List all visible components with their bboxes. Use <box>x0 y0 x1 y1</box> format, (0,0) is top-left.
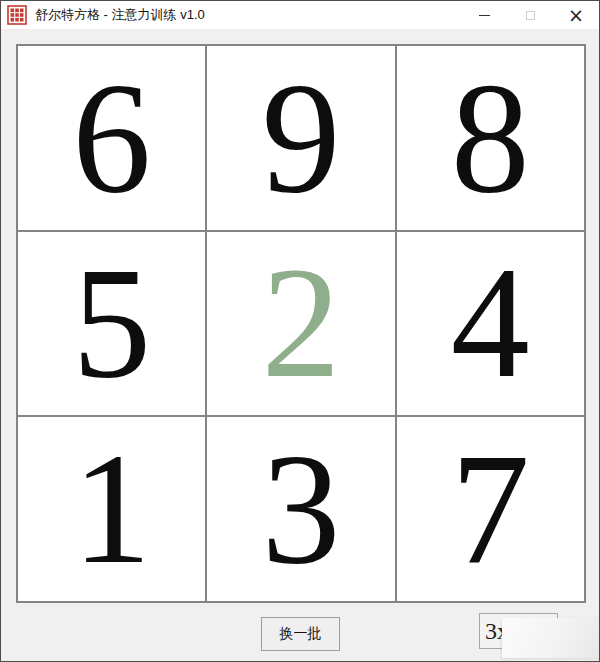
grid-cell[interactable]: 1 <box>18 417 205 601</box>
grid-cell[interactable]: 5 <box>18 232 205 416</box>
close-button[interactable]: × <box>553 1 599 29</box>
grid-cell[interactable]: 9 <box>207 46 394 230</box>
schulte-grid-icon <box>7 5 27 25</box>
window-controls: × <box>461 1 599 29</box>
minimize-button[interactable] <box>461 1 507 29</box>
window-title: 舒尔特方格 - 注意力训练 v1.0 <box>35 6 205 24</box>
schulte-grid: 6 9 8 5 2 4 1 3 7 <box>16 44 586 603</box>
minimize-icon <box>479 15 490 16</box>
grid-cell[interactable]: 8 <box>397 46 584 230</box>
maximize-button[interactable] <box>507 1 553 29</box>
maximize-icon <box>526 11 535 20</box>
popup-overlay <box>502 618 600 658</box>
grid-cell[interactable]: 3 <box>207 417 394 601</box>
change-batch-button[interactable]: 换一批 <box>261 617 340 651</box>
grid-cell[interactable]: 6 <box>18 46 205 230</box>
close-icon: × <box>568 6 584 25</box>
grid-cell[interactable]: 2 <box>207 232 394 416</box>
grid-cell[interactable]: 4 <box>397 232 584 416</box>
app-window: 舒尔特方格 - 注意力训练 v1.0 × 6 9 8 5 2 4 1 3 7 换… <box>0 0 600 662</box>
titlebar: 舒尔特方格 - 注意力训练 v1.0 × <box>1 1 599 29</box>
grid-cell[interactable]: 7 <box>397 417 584 601</box>
